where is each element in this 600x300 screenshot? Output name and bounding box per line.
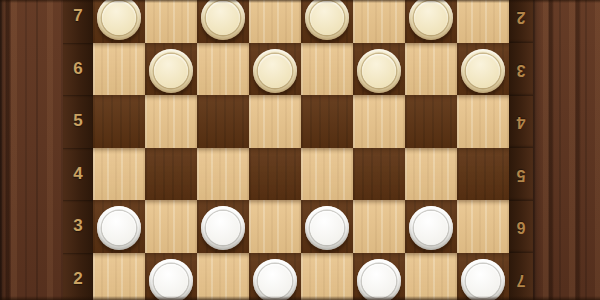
row-label-left-5: 5 <box>63 95 93 148</box>
square-r3c8-light[interactable] <box>457 200 509 253</box>
cream-piece[interactable] <box>409 0 453 40</box>
row-labels-right: 234567 <box>509 0 533 300</box>
square-r2c8-dark[interactable] <box>457 253 509 300</box>
square-r5c4-light[interactable] <box>249 95 301 148</box>
square-r7c4-light[interactable] <box>249 0 301 43</box>
square-r6c4-dark[interactable] <box>249 43 301 96</box>
square-r4c6-dark[interactable] <box>353 148 405 201</box>
square-r6c7-light[interactable] <box>405 43 457 96</box>
white-piece[interactable] <box>305 206 349 250</box>
row-label-right-3: 3 <box>509 43 533 96</box>
row-labels-left: 765432 <box>63 0 93 300</box>
row-label-left-3: 3 <box>63 200 93 253</box>
white-piece[interactable] <box>201 206 245 250</box>
square-r3c1-dark[interactable] <box>93 200 145 253</box>
square-r6c2-dark[interactable] <box>145 43 197 96</box>
square-r7c6-light[interactable] <box>353 0 405 43</box>
square-r5c7-dark[interactable] <box>405 95 457 148</box>
row-label-left-7: 7 <box>63 0 93 43</box>
square-r2c7-light[interactable] <box>405 253 457 300</box>
row-label-right-6: 6 <box>509 200 533 253</box>
square-r2c3-light[interactable] <box>197 253 249 300</box>
square-r4c8-dark[interactable] <box>457 148 509 201</box>
white-piece[interactable] <box>409 206 453 250</box>
cream-piece[interactable] <box>305 0 349 40</box>
square-r5c6-light[interactable] <box>353 95 405 148</box>
square-r6c5-light[interactable] <box>301 43 353 96</box>
square-r4c2-dark[interactable] <box>145 148 197 201</box>
row-label-left-4: 4 <box>63 148 93 201</box>
square-r3c2-light[interactable] <box>145 200 197 253</box>
square-r6c6-dark[interactable] <box>353 43 405 96</box>
wood-rail-right <box>533 0 600 300</box>
wood-rail-left <box>0 0 63 300</box>
square-r3c3-dark[interactable] <box>197 200 249 253</box>
white-piece[interactable] <box>461 259 505 300</box>
white-piece[interactable] <box>253 259 297 300</box>
square-r5c1-dark[interactable] <box>93 95 145 148</box>
square-r2c4-dark[interactable] <box>249 253 301 300</box>
square-r3c7-dark[interactable] <box>405 200 457 253</box>
square-r3c5-dark[interactable] <box>301 200 353 253</box>
square-r2c2-dark[interactable] <box>145 253 197 300</box>
square-r6c8-dark[interactable] <box>457 43 509 96</box>
row-label-right-2: 2 <box>509 0 533 43</box>
square-r7c8-light[interactable] <box>457 0 509 43</box>
cream-piece[interactable] <box>201 0 245 40</box>
square-r7c1-dark[interactable] <box>93 0 145 43</box>
square-r2c5-light[interactable] <box>301 253 353 300</box>
square-r7c7-dark[interactable] <box>405 0 457 43</box>
square-r7c5-dark[interactable] <box>301 0 353 43</box>
white-piece[interactable] <box>97 206 141 250</box>
square-r6c3-light[interactable] <box>197 43 249 96</box>
checkers-game-scene: 765432 234567 <box>0 0 600 300</box>
row-label-right-7: 7 <box>509 253 533 300</box>
cream-piece[interactable] <box>461 49 505 93</box>
row-label-right-4: 4 <box>509 95 533 148</box>
square-r4c7-light[interactable] <box>405 148 457 201</box>
square-r7c2-light[interactable] <box>145 0 197 43</box>
square-r2c1-light[interactable] <box>93 253 145 300</box>
row-label-right-5: 5 <box>509 148 533 201</box>
row-label-left-2: 2 <box>63 253 93 300</box>
square-r3c6-light[interactable] <box>353 200 405 253</box>
square-r4c5-light[interactable] <box>301 148 353 201</box>
square-r6c1-light[interactable] <box>93 43 145 96</box>
white-piece[interactable] <box>357 259 401 300</box>
cream-piece[interactable] <box>149 49 193 93</box>
square-r4c3-light[interactable] <box>197 148 249 201</box>
square-r4c4-dark[interactable] <box>249 148 301 201</box>
square-r5c8-light[interactable] <box>457 95 509 148</box>
square-r2c6-dark[interactable] <box>353 253 405 300</box>
square-r5c2-light[interactable] <box>145 95 197 148</box>
cream-piece[interactable] <box>253 49 297 93</box>
white-piece[interactable] <box>149 259 193 300</box>
checkers-board[interactable] <box>93 0 509 300</box>
square-r7c3-dark[interactable] <box>197 0 249 43</box>
square-r3c4-light[interactable] <box>249 200 301 253</box>
cream-piece[interactable] <box>97 0 141 40</box>
square-r4c1-light[interactable] <box>93 148 145 201</box>
cream-piece[interactable] <box>357 49 401 93</box>
square-r5c5-dark[interactable] <box>301 95 353 148</box>
row-label-left-6: 6 <box>63 43 93 96</box>
square-r5c3-dark[interactable] <box>197 95 249 148</box>
